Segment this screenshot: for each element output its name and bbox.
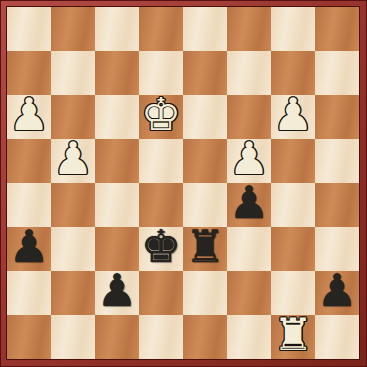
square-b8[interactable]: [51, 7, 95, 51]
square-d1[interactable]: [139, 315, 183, 359]
square-a5[interactable]: [7, 139, 51, 183]
square-c8[interactable]: [95, 7, 139, 51]
square-c6[interactable]: [95, 95, 139, 139]
square-f8[interactable]: [227, 7, 271, 51]
white-king[interactable]: ♚: [141, 93, 181, 137]
square-e7[interactable]: [183, 51, 227, 95]
chess-board: ♟♚♟♟♟♟♟♚♜♟♟♜: [7, 7, 359, 359]
black-king[interactable]: ♚: [141, 225, 181, 269]
square-d2[interactable]: [139, 271, 183, 315]
square-a1[interactable]: [7, 315, 51, 359]
black-pawn[interactable]: ♟: [97, 269, 137, 313]
white-pawn[interactable]: ♟: [229, 137, 269, 181]
square-f4[interactable]: ♟: [227, 183, 271, 227]
square-a2[interactable]: [7, 271, 51, 315]
square-h5[interactable]: [315, 139, 359, 183]
square-c7[interactable]: [95, 51, 139, 95]
square-e8[interactable]: [183, 7, 227, 51]
square-f1[interactable]: [227, 315, 271, 359]
square-c4[interactable]: [95, 183, 139, 227]
square-d6[interactable]: ♚: [139, 95, 183, 139]
square-b7[interactable]: [51, 51, 95, 95]
square-c1[interactable]: [95, 315, 139, 359]
square-b4[interactable]: [51, 183, 95, 227]
square-f7[interactable]: [227, 51, 271, 95]
square-g3[interactable]: [271, 227, 315, 271]
square-h2[interactable]: ♟: [315, 271, 359, 315]
square-h6[interactable]: [315, 95, 359, 139]
square-h7[interactable]: [315, 51, 359, 95]
square-a3[interactable]: ♟: [7, 227, 51, 271]
black-pawn[interactable]: ♟: [317, 269, 357, 313]
white-pawn[interactable]: ♟: [9, 93, 49, 137]
black-rook[interactable]: ♜: [185, 225, 225, 269]
square-h4[interactable]: [315, 183, 359, 227]
white-pawn[interactable]: ♟: [273, 93, 313, 137]
chess-board-frame: ♟♚♟♟♟♟♟♚♜♟♟♜: [0, 0, 367, 367]
square-g5[interactable]: [271, 139, 315, 183]
square-b3[interactable]: [51, 227, 95, 271]
square-e2[interactable]: [183, 271, 227, 315]
square-h1[interactable]: [315, 315, 359, 359]
square-e5[interactable]: [183, 139, 227, 183]
square-a8[interactable]: [7, 7, 51, 51]
square-a6[interactable]: ♟: [7, 95, 51, 139]
square-g4[interactable]: [271, 183, 315, 227]
square-g8[interactable]: [271, 7, 315, 51]
square-c5[interactable]: [95, 139, 139, 183]
square-d8[interactable]: [139, 7, 183, 51]
square-b1[interactable]: [51, 315, 95, 359]
square-c2[interactable]: ♟: [95, 271, 139, 315]
square-e1[interactable]: [183, 315, 227, 359]
square-b2[interactable]: [51, 271, 95, 315]
square-b5[interactable]: ♟: [51, 139, 95, 183]
square-d3[interactable]: ♚: [139, 227, 183, 271]
black-pawn[interactable]: ♟: [229, 181, 269, 225]
square-f3[interactable]: [227, 227, 271, 271]
black-pawn[interactable]: ♟: [9, 225, 49, 269]
square-f2[interactable]: [227, 271, 271, 315]
square-e6[interactable]: [183, 95, 227, 139]
square-e3[interactable]: ♜: [183, 227, 227, 271]
white-pawn[interactable]: ♟: [53, 137, 93, 181]
square-g1[interactable]: ♜: [271, 315, 315, 359]
white-rook[interactable]: ♜: [273, 313, 313, 357]
square-h8[interactable]: [315, 7, 359, 51]
square-d5[interactable]: [139, 139, 183, 183]
square-g6[interactable]: ♟: [271, 95, 315, 139]
